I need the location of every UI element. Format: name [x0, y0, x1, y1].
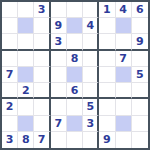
cell-r2c3[interactable] [34, 18, 50, 34]
cell-r2c1[interactable] [2, 18, 18, 34]
cell-r1c7[interactable]: 1 [99, 2, 115, 18]
cell-r2c8[interactable] [116, 18, 132, 34]
cell-r9c9[interactable] [132, 132, 148, 148]
cell-r5c3[interactable] [34, 67, 50, 83]
cell-r6c6[interactable] [83, 83, 99, 99]
cell-r8c4[interactable]: 7 [51, 116, 67, 132]
cell-r7c1[interactable]: 2 [2, 99, 18, 115]
cell-r6c2[interactable]: 2 [18, 83, 34, 99]
cell-r5c1[interactable]: 7 [2, 67, 18, 83]
cell-r3c3[interactable] [34, 34, 50, 50]
cell-r5c9[interactable]: 5 [132, 67, 148, 83]
cell-r8c9[interactable] [132, 116, 148, 132]
cell-r2c7[interactable] [99, 18, 115, 34]
cell-r9c4[interactable] [51, 132, 67, 148]
cell-r1c2[interactable] [18, 2, 34, 18]
cell-r7c3[interactable] [34, 99, 50, 115]
cell-r4c6[interactable] [83, 51, 99, 67]
cell-r8c3[interactable] [34, 116, 50, 132]
cell-r3c7[interactable] [99, 34, 115, 50]
cell-r6c5[interactable]: 6 [67, 83, 83, 99]
cell-r4c3[interactable] [34, 51, 50, 67]
cell-r4c4[interactable] [51, 51, 67, 67]
cell-r4c1[interactable] [2, 51, 18, 67]
cell-r6c1[interactable] [2, 83, 18, 99]
cell-r8c1[interactable] [2, 116, 18, 132]
cell-r1c3[interactable]: 3 [34, 2, 50, 18]
cell-r9c6[interactable] [83, 132, 99, 148]
cell-r3c4[interactable]: 3 [51, 34, 67, 50]
cell-r7c8[interactable] [116, 99, 132, 115]
cell-r1c4[interactable] [51, 2, 67, 18]
cell-r9c1[interactable]: 3 [2, 132, 18, 148]
cell-r6c4[interactable] [51, 83, 67, 99]
cell-r3c2[interactable] [18, 34, 34, 50]
cell-r9c2[interactable]: 8 [18, 132, 34, 148]
cell-r6c3[interactable] [34, 83, 50, 99]
cell-r3c9[interactable]: 9 [132, 34, 148, 50]
cell-r7c6[interactable]: 5 [83, 99, 99, 115]
cell-r8c5[interactable] [67, 116, 83, 132]
cell-r8c8[interactable] [116, 116, 132, 132]
cell-r5c5[interactable] [67, 67, 83, 83]
cell-r6c9[interactable] [132, 83, 148, 99]
cell-r6c7[interactable] [99, 83, 115, 99]
sudoku-board: 3146943987752625733879 [0, 0, 150, 150]
cell-r2c6[interactable]: 4 [83, 18, 99, 34]
cell-r4c7[interactable] [99, 51, 115, 67]
cell-r8c6[interactable]: 3 [83, 116, 99, 132]
cell-r9c8[interactable] [116, 132, 132, 148]
cell-r5c6[interactable] [83, 67, 99, 83]
cell-r5c8[interactable] [116, 67, 132, 83]
cell-r5c4[interactable] [51, 67, 67, 83]
cell-r2c4[interactable]: 9 [51, 18, 67, 34]
cell-r4c9[interactable] [132, 51, 148, 67]
cell-r1c5[interactable] [67, 2, 83, 18]
cell-r4c8[interactable]: 7 [116, 51, 132, 67]
cell-r3c8[interactable] [116, 34, 132, 50]
cell-r4c5[interactable]: 8 [67, 51, 83, 67]
cell-r9c7[interactable]: 9 [99, 132, 115, 148]
cell-r7c2[interactable] [18, 99, 34, 115]
cell-r1c1[interactable] [2, 2, 18, 18]
cell-r9c3[interactable]: 7 [34, 132, 50, 148]
cell-r9c5[interactable] [67, 132, 83, 148]
cell-r8c7[interactable] [99, 116, 115, 132]
cell-r6c8[interactable] [116, 83, 132, 99]
cell-r3c6[interactable] [83, 34, 99, 50]
cell-r8c2[interactable] [18, 116, 34, 132]
cell-r7c7[interactable] [99, 99, 115, 115]
cell-r7c5[interactable] [67, 99, 83, 115]
cell-r5c2[interactable] [18, 67, 34, 83]
cell-r3c1[interactable] [2, 34, 18, 50]
cell-r4c2[interactable] [18, 51, 34, 67]
cell-r1c9[interactable]: 6 [132, 2, 148, 18]
cell-r7c4[interactable] [51, 99, 67, 115]
cell-r2c9[interactable] [132, 18, 148, 34]
cell-r1c8[interactable]: 4 [116, 2, 132, 18]
cell-r2c5[interactable] [67, 18, 83, 34]
cell-r2c2[interactable] [18, 18, 34, 34]
cell-r7c9[interactable] [132, 99, 148, 115]
cell-r1c6[interactable] [83, 2, 99, 18]
cell-r5c7[interactable] [99, 67, 115, 83]
cell-r3c5[interactable] [67, 34, 83, 50]
